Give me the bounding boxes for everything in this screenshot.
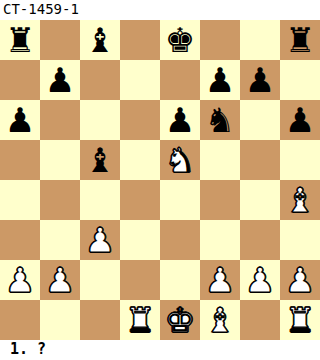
white-knight-e5[interactable]: ♞ (160, 140, 200, 180)
square-f2[interactable]: ♟ (200, 260, 240, 300)
white-bishop-h4[interactable]: ♝ (280, 180, 320, 220)
puzzle-id: CT-1459-1 (0, 0, 320, 20)
move-prompt: 1. ? (0, 340, 320, 360)
square-h2[interactable]: ♟ (280, 260, 320, 300)
square-c4[interactable] (80, 180, 120, 220)
square-b5[interactable] (40, 140, 80, 180)
black-pawn-b7[interactable]: ♟ (40, 60, 80, 100)
white-pawn-g2[interactable]: ♟ (240, 260, 280, 300)
square-a8[interactable]: ♜ (0, 20, 40, 60)
black-knight-f6[interactable]: ♞ (200, 100, 240, 140)
square-h1[interactable]: ♜ (280, 300, 320, 340)
white-pawn-b2[interactable]: ♟ (40, 260, 80, 300)
square-f8[interactable] (200, 20, 240, 60)
square-b8[interactable] (40, 20, 80, 60)
square-h3[interactable] (280, 220, 320, 260)
square-e1[interactable]: ♚ (160, 300, 200, 340)
square-d8[interactable] (120, 20, 160, 60)
square-g1[interactable] (240, 300, 280, 340)
square-d5[interactable] (120, 140, 160, 180)
square-a3[interactable] (0, 220, 40, 260)
square-c2[interactable] (80, 260, 120, 300)
white-pawn-c3[interactable]: ♟ (80, 220, 120, 260)
square-h7[interactable] (280, 60, 320, 100)
square-f3[interactable] (200, 220, 240, 260)
chess-puzzle-page: CT-1459-1 ♜♝♚♜♟♟♟♟♟♞♟♝♞♝♟♟♟♟♟♟♜♚♝♜ 1. ? (0, 0, 320, 360)
square-c1[interactable] (80, 300, 120, 340)
square-f5[interactable] (200, 140, 240, 180)
square-b7[interactable]: ♟ (40, 60, 80, 100)
square-b6[interactable] (40, 100, 80, 140)
square-d3[interactable] (120, 220, 160, 260)
square-e6[interactable]: ♟ (160, 100, 200, 140)
square-e3[interactable] (160, 220, 200, 260)
square-b3[interactable] (40, 220, 80, 260)
black-pawn-f7[interactable]: ♟ (200, 60, 240, 100)
black-bishop-c8[interactable]: ♝ (80, 20, 120, 60)
square-a5[interactable] (0, 140, 40, 180)
square-d4[interactable] (120, 180, 160, 220)
chess-board: ♜♝♚♜♟♟♟♟♟♞♟♝♞♝♟♟♟♟♟♟♜♚♝♜ (0, 20, 320, 340)
square-h4[interactable]: ♝ (280, 180, 320, 220)
square-f6[interactable]: ♞ (200, 100, 240, 140)
square-a4[interactable] (0, 180, 40, 220)
white-pawn-h2[interactable]: ♟ (280, 260, 320, 300)
square-g3[interactable] (240, 220, 280, 260)
square-g8[interactable] (240, 20, 280, 60)
square-a6[interactable]: ♟ (0, 100, 40, 140)
square-c3[interactable]: ♟ (80, 220, 120, 260)
square-e5[interactable]: ♞ (160, 140, 200, 180)
square-e2[interactable] (160, 260, 200, 300)
square-b4[interactable] (40, 180, 80, 220)
white-pawn-a2[interactable]: ♟ (0, 260, 40, 300)
black-bishop-c5[interactable]: ♝ (80, 140, 120, 180)
square-h5[interactable] (280, 140, 320, 180)
square-e8[interactable]: ♚ (160, 20, 200, 60)
square-g7[interactable]: ♟ (240, 60, 280, 100)
square-c5[interactable]: ♝ (80, 140, 120, 180)
black-rook-a8[interactable]: ♜ (0, 20, 40, 60)
black-pawn-g7[interactable]: ♟ (240, 60, 280, 100)
white-pawn-f2[interactable]: ♟ (200, 260, 240, 300)
white-rook-h1[interactable]: ♜ (280, 300, 320, 340)
square-a7[interactable] (0, 60, 40, 100)
square-f1[interactable]: ♝ (200, 300, 240, 340)
square-g6[interactable] (240, 100, 280, 140)
white-bishop-f1[interactable]: ♝ (200, 300, 240, 340)
square-e7[interactable] (160, 60, 200, 100)
square-c8[interactable]: ♝ (80, 20, 120, 60)
square-a1[interactable] (0, 300, 40, 340)
square-f4[interactable] (200, 180, 240, 220)
square-g4[interactable] (240, 180, 280, 220)
square-b1[interactable] (40, 300, 80, 340)
square-g2[interactable]: ♟ (240, 260, 280, 300)
black-rook-h8[interactable]: ♜ (280, 20, 320, 60)
white-king-e1[interactable]: ♚ (160, 300, 200, 340)
square-d7[interactable] (120, 60, 160, 100)
square-d6[interactable] (120, 100, 160, 140)
black-king-e8[interactable]: ♚ (160, 20, 200, 60)
square-d1[interactable]: ♜ (120, 300, 160, 340)
square-d2[interactable] (120, 260, 160, 300)
white-rook-d1[interactable]: ♜ (120, 300, 160, 340)
square-c6[interactable] (80, 100, 120, 140)
black-pawn-h6[interactable]: ♟ (280, 100, 320, 140)
square-h6[interactable]: ♟ (280, 100, 320, 140)
square-c7[interactable] (80, 60, 120, 100)
square-a2[interactable]: ♟ (0, 260, 40, 300)
square-b2[interactable]: ♟ (40, 260, 80, 300)
square-h8[interactable]: ♜ (280, 20, 320, 60)
square-f7[interactable]: ♟ (200, 60, 240, 100)
black-pawn-e6[interactable]: ♟ (160, 100, 200, 140)
square-g5[interactable] (240, 140, 280, 180)
black-pawn-a6[interactable]: ♟ (0, 100, 40, 140)
square-e4[interactable] (160, 180, 200, 220)
